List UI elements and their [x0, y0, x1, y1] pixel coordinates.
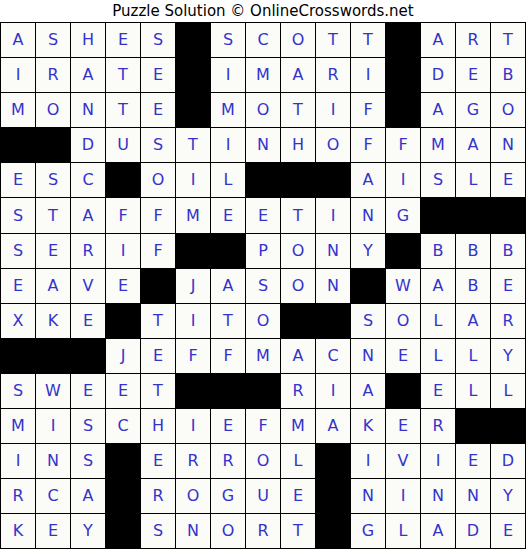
black-cell-r12c15 — [491, 409, 526, 444]
cell-r12c2: I — [36, 409, 71, 444]
black-cell-r11c8 — [246, 374, 281, 409]
cell-r8c8: S — [246, 269, 281, 304]
cell-r6c10: I — [316, 198, 351, 233]
cell-r9c7: T — [211, 304, 246, 339]
cell-r8c12: W — [386, 269, 421, 304]
cell-r15c1: K — [1, 514, 36, 549]
cell-r4c11: F — [351, 128, 386, 163]
cell-r6c11: N — [351, 198, 386, 233]
cell-r3c3: N — [71, 93, 106, 128]
cell-r12c10: A — [316, 409, 351, 444]
black-cell-r12c14 — [456, 409, 491, 444]
cell-r6c6: M — [176, 198, 211, 233]
black-cell-r9c4 — [106, 304, 141, 339]
cell-r15c6: N — [176, 514, 211, 549]
cell-r14c7: G — [211, 479, 246, 514]
cell-r3c11: F — [351, 93, 386, 128]
cell-r7c4: I — [106, 234, 141, 269]
cell-r1c10: T — [316, 23, 351, 58]
cell-r2c7: I — [211, 58, 246, 93]
cell-r10c10: C — [316, 339, 351, 374]
black-cell-r6c14 — [456, 198, 491, 233]
cell-r15c8: R — [246, 514, 281, 549]
black-cell-r13c4 — [106, 444, 141, 479]
black-cell-r3c12 — [386, 93, 421, 128]
cell-r1c5: S — [141, 23, 176, 58]
black-cell-r1c6 — [176, 23, 211, 58]
black-cell-r2c6 — [176, 58, 211, 93]
black-cell-r9c9 — [281, 304, 316, 339]
cell-r14c13: N — [421, 479, 456, 514]
cell-r10c12: E — [386, 339, 421, 374]
cell-r7c8: P — [246, 234, 281, 269]
cell-r15c11: G — [351, 514, 386, 549]
cell-r9c8: O — [246, 304, 281, 339]
cell-r3c8: O — [246, 93, 281, 128]
cell-r8c6: J — [176, 269, 211, 304]
black-cell-r10c2 — [36, 339, 71, 374]
cell-r12c6: I — [176, 409, 211, 444]
cell-r10c9: A — [281, 339, 316, 374]
cell-r13c8: O — [246, 444, 281, 479]
cell-r2c2: R — [36, 58, 71, 93]
cell-r12c11: K — [351, 409, 386, 444]
cell-r2c3: A — [71, 58, 106, 93]
cell-r9c13: L — [421, 304, 456, 339]
cell-r13c13: I — [421, 444, 456, 479]
cell-r15c7: O — [211, 514, 246, 549]
cell-r5c6: I — [176, 163, 211, 198]
black-cell-r7c7 — [211, 234, 246, 269]
cell-r2c11: I — [351, 58, 386, 93]
cell-r6c2: T — [36, 198, 71, 233]
cell-r9c12: O — [386, 304, 421, 339]
cell-r2c8: M — [246, 58, 281, 93]
cell-r3c4: T — [106, 93, 141, 128]
cell-r9c14: A — [456, 304, 491, 339]
cell-r2c14: E — [456, 58, 491, 93]
cell-r1c14: R — [456, 23, 491, 58]
cell-r6c8: E — [246, 198, 281, 233]
cell-r7c14: B — [456, 234, 491, 269]
cell-r13c15: D — [491, 444, 526, 479]
cell-r7c3: R — [71, 234, 106, 269]
page-title: Puzzle Solution © OnlineCrosswords.net — [0, 0, 526, 22]
cell-r7c9: O — [281, 234, 316, 269]
cell-r7c10: N — [316, 234, 351, 269]
cell-r13c9: L — [281, 444, 316, 479]
cell-r14c5: R — [141, 479, 176, 514]
cell-r1c15: T — [491, 23, 526, 58]
cell-r12c12: E — [386, 409, 421, 444]
cell-r14c2: C — [36, 479, 71, 514]
cell-r9c5: T — [141, 304, 176, 339]
cell-r5c15: E — [491, 163, 526, 198]
cell-r8c14: B — [456, 269, 491, 304]
cell-r4c15: N — [491, 128, 526, 163]
cell-r3c2: O — [36, 93, 71, 128]
crossword-grid: ASHESSCOTTARTIRATEIMARIDEBMONTEMOTIFAGOD… — [0, 22, 526, 549]
cell-r3c13: A — [421, 93, 456, 128]
cell-r8c7: A — [211, 269, 246, 304]
black-cell-r6c15 — [491, 198, 526, 233]
cell-r11c5: T — [141, 374, 176, 409]
cell-r11c15: L — [491, 374, 526, 409]
cell-r15c15: E — [491, 514, 526, 549]
cell-r9c3: E — [71, 304, 106, 339]
cell-r3c7: M — [211, 93, 246, 128]
black-cell-r2c12 — [386, 58, 421, 93]
cell-r4c3: D — [71, 128, 106, 163]
cell-r9c1: X — [1, 304, 36, 339]
black-cell-r4c2 — [36, 128, 71, 163]
cell-r14c12: I — [386, 479, 421, 514]
cell-r13c5: E — [141, 444, 176, 479]
cell-r11c9: R — [281, 374, 316, 409]
cell-r12c5: H — [141, 409, 176, 444]
cell-r15c3: Y — [71, 514, 106, 549]
cell-r13c7: R — [211, 444, 246, 479]
cell-r10c6: F — [176, 339, 211, 374]
black-cell-r10c3 — [71, 339, 106, 374]
cell-r3c15: O — [491, 93, 526, 128]
cell-r2c10: R — [316, 58, 351, 93]
cell-r15c2: E — [36, 514, 71, 549]
cell-r7c15: B — [491, 234, 526, 269]
cell-r14c8: U — [246, 479, 281, 514]
cell-r8c15: E — [491, 269, 526, 304]
cell-r10c4: J — [106, 339, 141, 374]
cell-r1c13: A — [421, 23, 456, 58]
cell-r10c15: Y — [491, 339, 526, 374]
cell-r10c14: L — [456, 339, 491, 374]
cell-r7c5: F — [141, 234, 176, 269]
cell-r4c10: O — [316, 128, 351, 163]
cell-r3c14: G — [456, 93, 491, 128]
cell-r6c12: G — [386, 198, 421, 233]
cell-r12c8: F — [246, 409, 281, 444]
cell-r2c4: T — [106, 58, 141, 93]
cell-r1c4: E — [106, 23, 141, 58]
black-cell-r5c4 — [106, 163, 141, 198]
cell-r4c5: S — [141, 128, 176, 163]
cell-r12c3: S — [71, 409, 106, 444]
black-cell-r11c12 — [386, 374, 421, 409]
black-cell-r6c13 — [421, 198, 456, 233]
cell-r5c3: C — [71, 163, 106, 198]
black-cell-r9c10 — [316, 304, 351, 339]
cell-r8c4: E — [106, 269, 141, 304]
cell-r12c13: R — [421, 409, 456, 444]
cell-r13c14: E — [456, 444, 491, 479]
black-cell-r15c10 — [316, 514, 351, 549]
cell-r9c6: I — [176, 304, 211, 339]
cell-r2c13: D — [421, 58, 456, 93]
cell-r15c13: A — [421, 514, 456, 549]
cell-r7c13: B — [421, 234, 456, 269]
cell-r2c9: A — [281, 58, 316, 93]
black-cell-r8c11 — [351, 269, 386, 304]
cell-r5c1: E — [1, 163, 36, 198]
cell-r5c14: L — [456, 163, 491, 198]
cell-r1c11: T — [351, 23, 386, 58]
cell-r4c8: N — [246, 128, 281, 163]
black-cell-r5c8 — [246, 163, 281, 198]
cell-r1c1: A — [1, 23, 36, 58]
cell-r5c13: S — [421, 163, 456, 198]
cell-r7c1: S — [1, 234, 36, 269]
cell-r4c13: M — [421, 128, 456, 163]
black-cell-r11c6 — [176, 374, 211, 409]
cell-r7c11: Y — [351, 234, 386, 269]
cell-r13c12: V — [386, 444, 421, 479]
cell-r13c2: N — [36, 444, 71, 479]
cell-r14c3: A — [71, 479, 106, 514]
black-cell-r15c4 — [106, 514, 141, 549]
cell-r8c2: A — [36, 269, 71, 304]
black-cell-r3c6 — [176, 93, 211, 128]
black-cell-r8c5 — [141, 269, 176, 304]
cell-r1c8: C — [246, 23, 281, 58]
cell-r8c9: O — [281, 269, 316, 304]
cell-r15c5: S — [141, 514, 176, 549]
cell-r2c15: B — [491, 58, 526, 93]
cell-r10c13: L — [421, 339, 456, 374]
cell-r4c7: I — [211, 128, 246, 163]
cell-r6c4: F — [106, 198, 141, 233]
cell-r11c10: I — [316, 374, 351, 409]
cell-r6c1: S — [1, 198, 36, 233]
cell-r7c2: E — [36, 234, 71, 269]
cell-r9c15: R — [491, 304, 526, 339]
cell-r15c9: T — [281, 514, 316, 549]
cell-r11c13: E — [421, 374, 456, 409]
cell-r11c11: A — [351, 374, 386, 409]
cell-r10c7: F — [211, 339, 246, 374]
cell-r10c5: E — [141, 339, 176, 374]
cell-r3c10: I — [316, 93, 351, 128]
cell-r4c6: T — [176, 128, 211, 163]
black-cell-r1c12 — [386, 23, 421, 58]
cell-r3c9: T — [281, 93, 316, 128]
cell-r11c14: L — [456, 374, 491, 409]
cell-r12c4: C — [106, 409, 141, 444]
cell-r14c6: O — [176, 479, 211, 514]
cell-r1c7: S — [211, 23, 246, 58]
cell-r6c3: A — [71, 198, 106, 233]
cell-r11c1: S — [1, 374, 36, 409]
black-cell-r4c1 — [1, 128, 36, 163]
cell-r5c12: I — [386, 163, 421, 198]
black-cell-r14c4 — [106, 479, 141, 514]
black-cell-r7c6 — [176, 234, 211, 269]
black-cell-r10c1 — [1, 339, 36, 374]
cell-r13c6: R — [176, 444, 211, 479]
cell-r13c1: I — [1, 444, 36, 479]
cell-r10c11: N — [351, 339, 386, 374]
cell-r5c5: O — [141, 163, 176, 198]
cell-r13c11: I — [351, 444, 386, 479]
cell-r12c7: E — [211, 409, 246, 444]
cell-r14c9: E — [281, 479, 316, 514]
black-cell-r5c9 — [281, 163, 316, 198]
cell-r9c2: K — [36, 304, 71, 339]
cell-r1c9: O — [281, 23, 316, 58]
black-cell-r13c10 — [316, 444, 351, 479]
page: Puzzle Solution © OnlineCrosswords.net A… — [0, 0, 526, 551]
cell-r6c9: T — [281, 198, 316, 233]
cell-r12c1: M — [1, 409, 36, 444]
cell-r15c14: D — [456, 514, 491, 549]
cell-r13c3: S — [71, 444, 106, 479]
cell-r2c1: I — [1, 58, 36, 93]
cell-r12c9: M — [281, 409, 316, 444]
cell-r4c14: A — [456, 128, 491, 163]
black-cell-r5c10 — [316, 163, 351, 198]
cell-r1c3: H — [71, 23, 106, 58]
cell-r6c7: E — [211, 198, 246, 233]
cell-r3c5: E — [141, 93, 176, 128]
cell-r5c11: A — [351, 163, 386, 198]
cell-r14c1: R — [1, 479, 36, 514]
cell-r8c13: A — [421, 269, 456, 304]
cell-r4c12: F — [386, 128, 421, 163]
cell-r11c3: E — [71, 374, 106, 409]
cell-r14c15: Y — [491, 479, 526, 514]
cell-r14c11: N — [351, 479, 386, 514]
cell-r15c12: L — [386, 514, 421, 549]
cell-r9c11: S — [351, 304, 386, 339]
cell-r10c8: M — [246, 339, 281, 374]
black-cell-r14c10 — [316, 479, 351, 514]
cell-r8c1: E — [1, 269, 36, 304]
cell-r14c14: N — [456, 479, 491, 514]
cell-r4c9: H — [281, 128, 316, 163]
cell-r5c7: L — [211, 163, 246, 198]
cell-r11c2: W — [36, 374, 71, 409]
cell-r6c5: F — [141, 198, 176, 233]
cell-r4c4: U — [106, 128, 141, 163]
cell-r11c4: E — [106, 374, 141, 409]
cell-r3c1: M — [1, 93, 36, 128]
cell-r5c2: S — [36, 163, 71, 198]
black-cell-r7c12 — [386, 234, 421, 269]
black-cell-r11c7 — [211, 374, 246, 409]
cell-r8c3: V — [71, 269, 106, 304]
cell-r8c10: N — [316, 269, 351, 304]
cell-r2c5: E — [141, 58, 176, 93]
cell-r1c2: S — [36, 23, 71, 58]
